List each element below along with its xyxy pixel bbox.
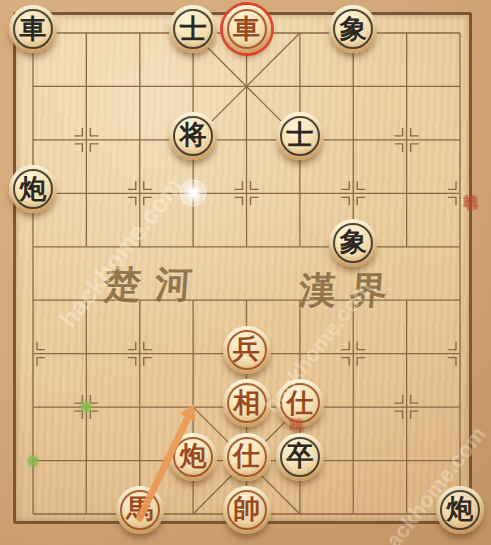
piece-red-chariot-e10[interactable]: 車 bbox=[223, 5, 271, 53]
piece-black-elephant-g6[interactable]: 象 bbox=[329, 219, 377, 267]
piece-red-horse-c1[interactable]: 馬 bbox=[116, 486, 164, 534]
piece-red-soldier-e4[interactable]: 兵 bbox=[223, 326, 271, 374]
piece-black-advisor-d10[interactable]: 士 bbox=[169, 5, 217, 53]
piece-black-soldier-f2[interactable]: 卒 bbox=[276, 433, 324, 481]
piece-red-advisor-f3[interactable]: 仕 bbox=[276, 379, 324, 427]
xiangqi-board: 楚河 漢界 車士車象将士炮象兵相仕炮仕卒馬帥炮 hackhome.comhack… bbox=[0, 0, 491, 545]
piece-black-chariot-a10[interactable]: 車 bbox=[9, 5, 57, 53]
piece-black-cannon-i1[interactable]: 炮 bbox=[436, 486, 484, 534]
piece-red-cannon-d2[interactable]: 炮 bbox=[169, 433, 217, 481]
piece-black-advisor-f8[interactable]: 士 bbox=[276, 112, 324, 160]
piece-black-cannon-a7[interactable]: 炮 bbox=[9, 165, 57, 213]
piece-black-elephant-g10[interactable]: 象 bbox=[329, 5, 377, 53]
piece-black-general-d8[interactable]: 将 bbox=[169, 112, 217, 160]
piece-red-elephant-e3[interactable]: 相 bbox=[223, 379, 271, 427]
pieces-layer: 車士車象将士炮象兵相仕炮仕卒馬帥炮 bbox=[0, 0, 491, 545]
piece-red-advisor-e2[interactable]: 仕 bbox=[223, 433, 271, 481]
piece-red-general-e1[interactable]: 帥 bbox=[223, 486, 271, 534]
